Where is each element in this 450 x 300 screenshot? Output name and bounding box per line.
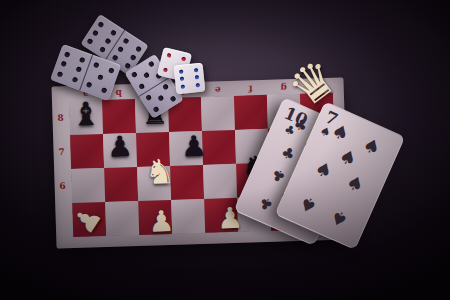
piece-black-pawn-b7[interactable]: ♟ [107,133,133,162]
die-pip [180,85,184,89]
square-b6[interactable] [104,167,138,202]
domino-pip [101,87,107,93]
scene: abcdefgh876♝♜♟♟♞♞♟♟♟ ♛10♣♣♣♣♣♣♣♣♣♣♣7♠♠♠♠… [0,0,450,300]
clubs-pip-icon: ♣ [268,165,288,187]
clubs-pip-icon: ♣ [278,142,298,164]
die-pip [195,75,199,79]
spades-pip-icon: ♠ [336,144,361,171]
domino-pip [100,46,107,53]
domino-pip [72,77,78,83]
domino-pip [170,95,177,102]
piece-black-bishop-a8[interactable]: ♝ [71,98,101,131]
domino-pip [75,67,81,73]
square-a7[interactable] [70,134,104,169]
die-pip [181,56,186,61]
piece-white-knight-c6[interactable]: ♞ [144,154,176,189]
rank-label-8: 8 [57,114,64,123]
domino-pip [135,45,142,52]
domino-pip [153,106,160,113]
domino-pip [109,67,115,73]
file-label-b: b [115,88,122,97]
square-b5[interactable] [105,201,139,236]
domino-pip [110,29,117,36]
domino-pip [130,54,137,61]
die-pip [179,69,183,73]
rank-label-7: 7 [58,148,65,157]
square-e6[interactable] [203,164,237,199]
piece-white-pawn-c5[interactable]: ♟ [148,207,175,237]
rank-label-6: 6 [59,182,66,191]
domino-pip [79,57,85,63]
die-pip [194,68,198,72]
square-e8[interactable] [201,96,235,131]
piece-black-pawn-d7[interactable]: ♟ [181,132,207,161]
spades-pip-icon: ♠ [360,132,385,159]
square-e7[interactable] [202,130,236,165]
square-d5[interactable] [171,199,205,234]
spades-pip-icon: ♠ [327,206,352,233]
clubs-pip-icon: ♣ [256,193,276,215]
die-pip [166,53,171,58]
spades-pip-icon: ♠ [312,156,337,183]
square-f8[interactable] [234,95,268,130]
file-label-e: e [214,85,220,94]
spades-pip-icon: ♠ [343,170,368,197]
square-a6[interactable] [71,168,105,203]
domino-pip [138,82,145,89]
die-blue-6[interactable] [174,63,206,95]
domino-pip [105,37,112,44]
die-pip [196,83,200,87]
die-pip [180,77,184,81]
domino-pip [124,62,131,69]
file-label-f: f [248,84,252,93]
spades-pip-icon: ♠ [296,192,321,219]
die-pip [163,68,168,73]
